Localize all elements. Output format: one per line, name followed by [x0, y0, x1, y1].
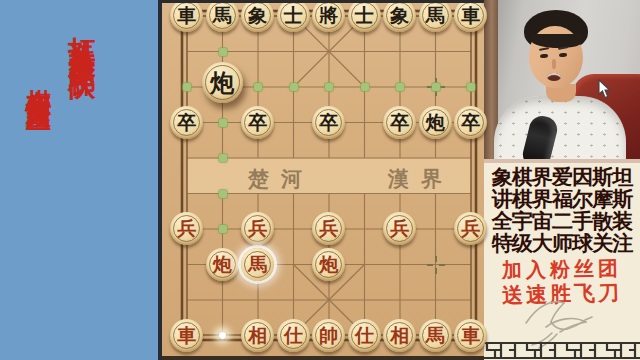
banner-text-column-left: 棋友们帮忙加入粉丝团 [26, 69, 51, 89]
piece-red-soldier[interactable]: 兵 [454, 212, 487, 245]
piece-red-rook[interactable]: 車 [170, 319, 203, 352]
piece-black-rook[interactable]: 車 [170, 0, 203, 32]
eyebrow [558, 46, 568, 50]
mouth [547, 73, 561, 81]
board-panel: 楚河 漢界 車馬象士將士象馬車炮卒卒卒卒炮卒兵兵兵兵兵炮馬炮車相仕帥仕相馬車 [158, 0, 484, 360]
board-top-edge [162, 0, 484, 3]
piece-red-horse[interactable]: 馬 [241, 248, 274, 281]
piece-red-horse[interactable]: 馬 [419, 319, 452, 352]
slogan-line: 全宇宙二手散装 [482, 210, 640, 232]
piece-black-horse[interactable]: 馬 [206, 0, 239, 32]
piece-black-soldier[interactable]: 卒 [312, 106, 345, 139]
left-banner: 打造头条象棋第一梯队 棋友们帮忙加入粉丝团 [0, 0, 158, 360]
slogan-line: 讲棋界福尔摩斯 [482, 188, 640, 210]
board-grid: 車馬象士將士象馬車炮卒卒卒卒炮卒兵兵兵兵兵炮馬炮車相仕帥仕相馬車 [169, 0, 489, 353]
hair-fringe [531, 34, 583, 48]
piece-black-elephant[interactable]: 象 [241, 0, 274, 32]
piece-red-cannon[interactable]: 炮 [312, 248, 345, 281]
slogan-line: 象棋界爱因斯坦 [482, 166, 640, 188]
piece-black-soldier[interactable]: 卒 [454, 106, 487, 139]
video-frame: 打造头条象棋第一梯队 棋友们帮忙加入粉丝团 [0, 0, 640, 360]
slogan-line: 特级大师球关注 [482, 232, 640, 254]
piece-black-soldier[interactable]: 卒 [383, 106, 416, 139]
piece-red-cannon[interactable]: 炮 [206, 248, 239, 281]
host-head [528, 14, 584, 88]
piece-red-soldier[interactable]: 兵 [312, 212, 345, 245]
piece-red-rook[interactable]: 車 [454, 319, 487, 352]
piece-red-soldier[interactable]: 兵 [241, 212, 274, 245]
piece-red-soldier[interactable]: 兵 [383, 212, 416, 245]
piece-red-elephant[interactable]: 相 [383, 319, 416, 352]
board-bottom-edge [162, 356, 484, 360]
host-photo [484, 0, 640, 163]
piece-red-advisor[interactable]: 仕 [348, 319, 381, 352]
piece-black-elephant[interactable]: 象 [383, 0, 416, 32]
eye [559, 52, 567, 57]
mouse-cursor [598, 79, 612, 99]
lattice-border [484, 341, 640, 360]
slogan-block: 象棋界爱因斯坦 讲棋界福尔摩斯 全宇宙二手散装 特级大师球关注 [484, 166, 640, 254]
piece-black-soldier[interactable]: 卒 [170, 106, 203, 139]
piece-black-advisor[interactable]: 士 [348, 0, 381, 32]
host-shirt [494, 96, 626, 163]
right-panel: 象棋界爱因斯坦 讲棋界福尔摩斯 全宇宙二手散装 特级大师球关注 加入粉丝团 送速… [484, 0, 640, 360]
piece-black-cannon[interactable]: 炮 [202, 62, 243, 103]
piece-red-advisor[interactable]: 仕 [277, 319, 310, 352]
piece-black-general[interactable]: 將 [312, 0, 345, 32]
host-face [529, 26, 583, 88]
eye [540, 53, 548, 58]
nose [552, 59, 556, 69]
piece-black-advisor[interactable]: 士 [277, 0, 310, 32]
piece-black-horse[interactable]: 馬 [419, 0, 452, 32]
piece-red-elephant[interactable]: 相 [241, 319, 274, 352]
piece-red-soldier[interactable]: 兵 [170, 212, 203, 245]
promo-panel: 象棋界爱因斯坦 讲棋界福尔摩斯 全宇宙二手散装 特级大师球关注 加入粉丝团 送速… [484, 163, 640, 360]
piece-black-rook[interactable]: 車 [454, 0, 487, 32]
eyebrow [539, 47, 549, 51]
piece-black-soldier[interactable]: 卒 [241, 106, 274, 139]
piece-black-cannon[interactable]: 炮 [419, 106, 452, 139]
banner-text-column-right: 打造头条象棋第一梯队 [68, 15, 95, 55]
piece-red-general[interactable]: 帥 [312, 319, 345, 352]
